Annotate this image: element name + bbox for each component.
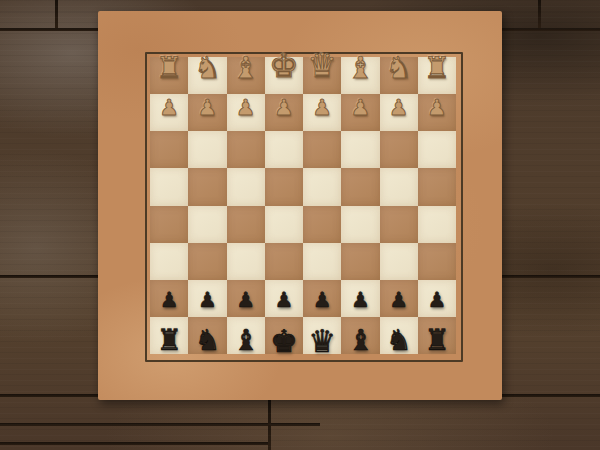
square-c5[interactable] <box>341 206 379 243</box>
square-d2[interactable]: ♟ <box>303 94 341 131</box>
square-a3[interactable] <box>418 131 456 168</box>
square-h1[interactable]: ♜ <box>150 57 188 94</box>
piece-black-king[interactable]: ♚ <box>270 326 298 357</box>
square-c2[interactable]: ♟ <box>341 94 379 131</box>
piece-black-pawn[interactable]: ♟ <box>236 290 255 311</box>
piece-black-bishop[interactable]: ♝ <box>347 326 373 355</box>
square-f1[interactable]: ♝ <box>227 57 265 94</box>
square-a5[interactable] <box>418 206 456 243</box>
square-c1[interactable]: ♝ <box>341 57 379 94</box>
piece-white-queen[interactable]: ♛ <box>307 49 337 82</box>
square-e6[interactable] <box>265 243 303 280</box>
square-e7[interactable]: ♟ <box>265 280 303 317</box>
square-c8[interactable]: ♝ <box>341 317 379 354</box>
square-e1[interactable]: ♚ <box>265 57 303 94</box>
piece-white-pawn[interactable]: ♟ <box>427 97 447 119</box>
square-d3[interactable] <box>303 131 341 168</box>
square-f5[interactable] <box>227 206 265 243</box>
piece-black-pawn[interactable]: ♟ <box>313 290 332 311</box>
square-e2[interactable]: ♟ <box>265 94 303 131</box>
plank-seam <box>0 442 270 445</box>
plank-joint <box>268 394 271 450</box>
piece-black-queen[interactable]: ♛ <box>308 326 336 357</box>
square-h6[interactable] <box>150 243 188 280</box>
square-c4[interactable] <box>341 168 379 205</box>
piece-white-pawn[interactable]: ♟ <box>236 97 256 119</box>
square-b4[interactable] <box>380 168 418 205</box>
square-f4[interactable] <box>227 168 265 205</box>
square-h8[interactable]: ♜ <box>150 317 188 354</box>
piece-white-knight[interactable]: ♞ <box>385 53 412 83</box>
piece-white-king[interactable]: ♚ <box>269 49 299 82</box>
square-e4[interactable] <box>265 168 303 205</box>
square-g3[interactable] <box>188 131 226 168</box>
piece-black-knight[interactable]: ♞ <box>194 326 220 355</box>
square-f2[interactable]: ♟ <box>227 94 265 131</box>
piece-white-pawn[interactable]: ♟ <box>351 97 371 119</box>
square-b8[interactable]: ♞ <box>380 317 418 354</box>
piece-black-pawn[interactable]: ♟ <box>274 290 293 311</box>
square-g6[interactable] <box>188 243 226 280</box>
square-b7[interactable]: ♟ <box>380 280 418 317</box>
piece-white-pawn[interactable]: ♟ <box>389 97 409 119</box>
square-a8[interactable]: ♜ <box>418 317 456 354</box>
board-grid: ♜♞♝♚♛♝♞♜♟♟♟♟♟♟♟♟♟♟♟♟♟♟♟♟♜♞♝♚♛♝♞♜ <box>150 57 456 354</box>
square-a4[interactable] <box>418 168 456 205</box>
square-d1[interactable]: ♛ <box>303 57 341 94</box>
square-g4[interactable] <box>188 168 226 205</box>
piece-white-bishop[interactable]: ♝ <box>347 53 374 83</box>
square-f8[interactable]: ♝ <box>227 317 265 354</box>
piece-white-pawn[interactable]: ♟ <box>159 97 179 119</box>
square-h5[interactable] <box>150 206 188 243</box>
square-b2[interactable]: ♟ <box>380 94 418 131</box>
piece-white-pawn[interactable]: ♟ <box>274 97 294 119</box>
square-f3[interactable] <box>227 131 265 168</box>
scene: ♜♞♝♚♛♝♞♜♟♟♟♟♟♟♟♟♟♟♟♟♟♟♟♟♜♞♝♚♛♝♞♜ <box>0 0 600 450</box>
piece-black-bishop[interactable]: ♝ <box>233 326 259 355</box>
piece-black-pawn[interactable]: ♟ <box>389 290 408 311</box>
piece-white-pawn[interactable]: ♟ <box>312 97 332 119</box>
square-a6[interactable] <box>418 243 456 280</box>
square-g2[interactable]: ♟ <box>188 94 226 131</box>
piece-black-knight[interactable]: ♞ <box>386 326 412 355</box>
square-e5[interactable] <box>265 206 303 243</box>
square-f7[interactable]: ♟ <box>227 280 265 317</box>
square-c6[interactable] <box>341 243 379 280</box>
square-c7[interactable]: ♟ <box>341 280 379 317</box>
square-g7[interactable]: ♟ <box>188 280 226 317</box>
square-b3[interactable] <box>380 131 418 168</box>
plank-joint <box>55 0 58 28</box>
square-h2[interactable]: ♟ <box>150 94 188 131</box>
square-b6[interactable] <box>380 243 418 280</box>
square-d8[interactable]: ♛ <box>303 317 341 354</box>
square-h7[interactable]: ♟ <box>150 280 188 317</box>
square-d5[interactable] <box>303 206 341 243</box>
square-g5[interactable] <box>188 206 226 243</box>
piece-black-pawn[interactable]: ♟ <box>427 290 446 311</box>
plank-joint <box>538 0 541 28</box>
piece-white-rook[interactable]: ♜ <box>423 53 450 83</box>
piece-white-bishop[interactable]: ♝ <box>232 53 259 83</box>
square-d4[interactable] <box>303 168 341 205</box>
square-d7[interactable]: ♟ <box>303 280 341 317</box>
piece-white-pawn[interactable]: ♟ <box>198 97 218 119</box>
square-e3[interactable] <box>265 131 303 168</box>
square-b5[interactable] <box>380 206 418 243</box>
plank-seam <box>0 423 320 426</box>
piece-black-pawn[interactable]: ♟ <box>160 290 179 311</box>
piece-black-pawn[interactable]: ♟ <box>198 290 217 311</box>
chessboard: ♜♞♝♚♛♝♞♜♟♟♟♟♟♟♟♟♟♟♟♟♟♟♟♟♜♞♝♚♛♝♞♜ <box>98 11 502 400</box>
square-a7[interactable]: ♟ <box>418 280 456 317</box>
square-b1[interactable]: ♞ <box>380 57 418 94</box>
piece-black-rook[interactable]: ♜ <box>156 326 182 355</box>
piece-white-rook[interactable]: ♜ <box>156 53 183 83</box>
piece-black-rook[interactable]: ♜ <box>424 326 450 355</box>
piece-white-knight[interactable]: ♞ <box>194 53 221 83</box>
square-f6[interactable] <box>227 243 265 280</box>
square-a1[interactable]: ♜ <box>418 57 456 94</box>
square-g8[interactable]: ♞ <box>188 317 226 354</box>
square-c3[interactable] <box>341 131 379 168</box>
square-h4[interactable] <box>150 168 188 205</box>
square-d6[interactable] <box>303 243 341 280</box>
square-a2[interactable]: ♟ <box>418 94 456 131</box>
square-g1[interactable]: ♞ <box>188 57 226 94</box>
piece-black-pawn[interactable]: ♟ <box>351 290 370 311</box>
square-e8[interactable]: ♚ <box>265 317 303 354</box>
square-h3[interactable] <box>150 131 188 168</box>
